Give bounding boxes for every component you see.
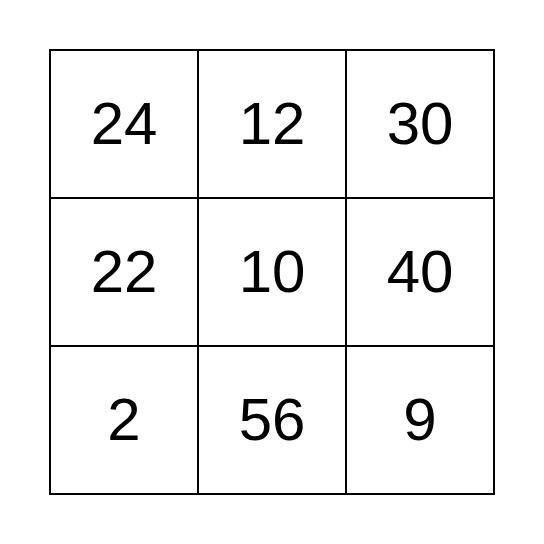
cell-r2c2[interactable]: 10 [199, 199, 345, 345]
cell-r2c1[interactable]: 22 [51, 199, 197, 345]
cell-r1c2[interactable]: 12 [199, 51, 345, 197]
cell-r1c3[interactable]: 30 [347, 51, 493, 197]
cell-r1c1[interactable]: 24 [51, 51, 197, 197]
page: 24 12 30 22 10 40 2 56 9 [0, 0, 544, 544]
number-grid-board: 24 12 30 22 10 40 2 56 9 [49, 49, 495, 495]
cell-r3c1[interactable]: 2 [51, 347, 197, 493]
cell-r3c2[interactable]: 56 [199, 347, 345, 493]
cell-r2c3[interactable]: 40 [347, 199, 493, 345]
cell-r3c3[interactable]: 9 [347, 347, 493, 493]
